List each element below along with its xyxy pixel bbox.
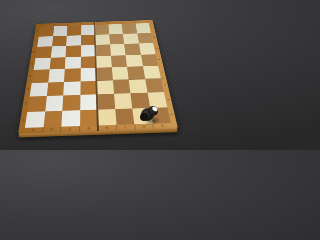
piece-base <box>140 113 148 121</box>
black-pawn-tipped <box>139 104 165 130</box>
